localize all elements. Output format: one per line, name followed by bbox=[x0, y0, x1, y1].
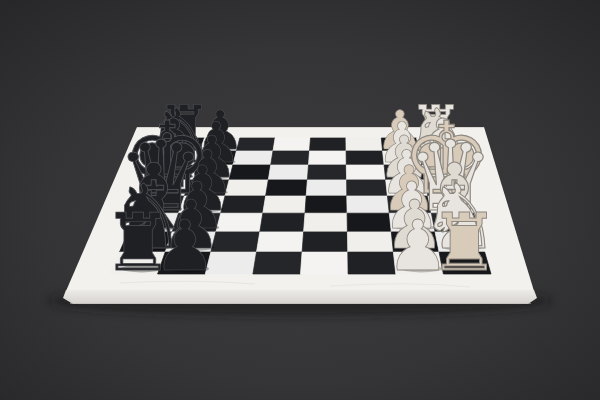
square-d4 bbox=[305, 196, 347, 213]
square-h5 bbox=[273, 138, 311, 151]
square-g4 bbox=[309, 151, 347, 165]
square-g5 bbox=[271, 151, 310, 165]
square-a4 bbox=[301, 252, 349, 274]
square-a5 bbox=[253, 252, 302, 274]
square-c5 bbox=[260, 213, 305, 232]
square-b4 bbox=[302, 232, 348, 252]
board-front-face bbox=[63, 290, 537, 304]
square-e5 bbox=[266, 180, 308, 196]
chess-board-scene: ♜♟♟♜♞♟♟♞♝♟♟♝♚♟♟♚♛♟♟♛♝♟♟♝♞♟♟♞♜♟♟♜ bbox=[0, 0, 600, 400]
square-f4 bbox=[307, 165, 346, 180]
piece-white-rook-a1: ♜ bbox=[429, 196, 500, 289]
piece-black-pawn-a7: ♟ bbox=[153, 205, 216, 286]
square-d5 bbox=[263, 196, 306, 213]
square-c4 bbox=[304, 213, 348, 232]
square-f5 bbox=[268, 165, 308, 180]
chess-set-photo: ♜♟♟♜♞♟♟♞♝♟♟♝♚♟♟♚♛♟♟♛♝♟♟♝♞♟♟♞♜♟♟♜ bbox=[0, 0, 600, 400]
square-b5 bbox=[257, 232, 304, 252]
square-e4 bbox=[306, 180, 347, 196]
square-h4 bbox=[310, 138, 347, 151]
